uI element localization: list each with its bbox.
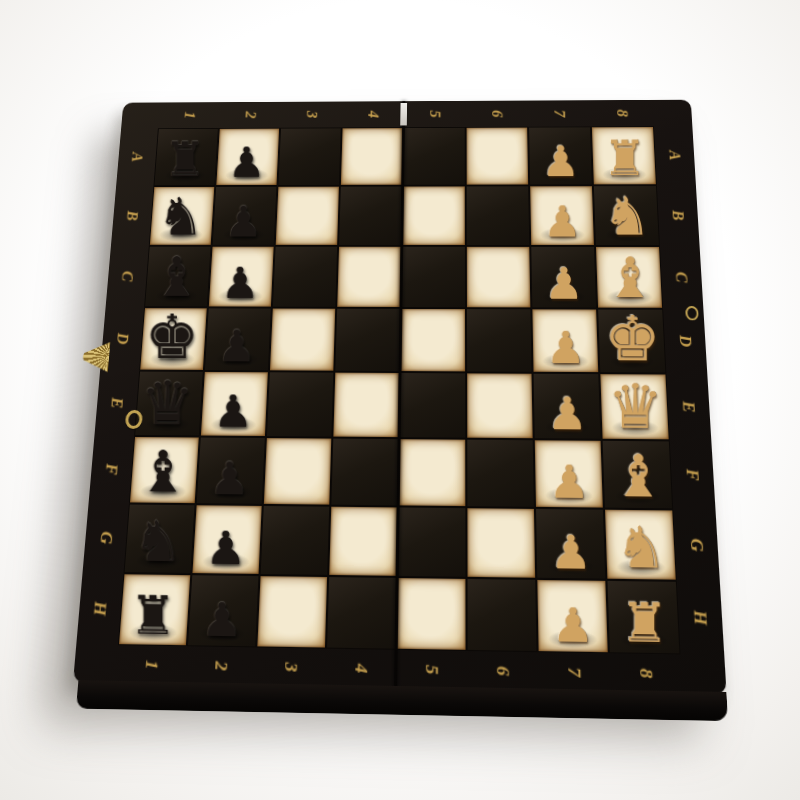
file-right-label-B: B [657, 185, 700, 246]
black-rook-h1[interactable]: ♜ [120, 589, 187, 643]
square-f7[interactable]: ♟ [534, 439, 604, 508]
label-text: 1 [180, 111, 199, 118]
rank-top-label-8: 8 [590, 100, 654, 127]
label-text: E [107, 397, 128, 408]
label-text: 8 [612, 109, 631, 117]
file-left-label-G: G [83, 503, 129, 573]
square-g1[interactable]: ♞ [123, 503, 195, 574]
white-pawn-f7[interactable]: ♟ [536, 459, 603, 505]
black-pawn-a2[interactable]: ♟ [217, 142, 277, 184]
square-d2[interactable]: ♟ [204, 307, 272, 371]
square-e2[interactable]: ♟ [200, 371, 269, 437]
white-pawn-e7[interactable]: ♟ [535, 391, 601, 436]
white-knight-g8[interactable]: ♞ [607, 519, 675, 577]
square-h1[interactable]: ♜ [118, 573, 191, 646]
label-text: A [665, 150, 685, 160]
label-text: E [678, 401, 699, 413]
rank-bottom-label-1: 1 [115, 645, 187, 684]
square-d8[interactable]: ♚ [597, 309, 666, 374]
label-text: C [671, 272, 692, 283]
label-text: 7 [550, 110, 569, 117]
square-c2[interactable]: ♟ [208, 246, 275, 308]
label-text: 2 [241, 111, 260, 118]
white-knight-b8[interactable]: ♞ [596, 191, 659, 244]
label-text: D [675, 335, 696, 347]
white-pawn-c7[interactable]: ♟ [532, 262, 596, 306]
file-left-label-F: F [89, 436, 135, 504]
file-right-label-C: C [660, 246, 703, 309]
black-rook-a1[interactable]: ♜ [155, 136, 215, 183]
label-text: H [89, 601, 111, 616]
label-text: 5 [425, 110, 444, 117]
square-a4[interactable] [340, 127, 404, 186]
square-d4[interactable] [334, 308, 401, 372]
label-text: 6 [491, 666, 513, 676]
frame-corner [73, 645, 118, 684]
square-d1[interactable]: ♚ [139, 307, 208, 371]
file-left-label-C: C [106, 246, 149, 307]
square-e7[interactable]: ♟ [533, 373, 602, 440]
square-f2[interactable]: ♟ [196, 437, 266, 505]
label-text: 4 [363, 111, 382, 118]
label-text: H [689, 610, 711, 625]
file-left-label-E: E [94, 370, 139, 436]
white-queen-e8[interactable]: ♛ [602, 375, 668, 437]
white-pawn-b7[interactable]: ♟ [531, 200, 594, 243]
frame-corner [121, 102, 160, 128]
square-h7[interactable]: ♟ [536, 579, 609, 654]
white-bishop-f8[interactable]: ♝ [605, 447, 672, 506]
square-b1[interactable]: ♞ [149, 186, 215, 246]
label-text: B [668, 210, 688, 220]
square-b5[interactable] [402, 186, 466, 246]
black-pawn-c2[interactable]: ♟ [209, 262, 271, 305]
square-a3[interactable] [277, 127, 341, 185]
square-f1[interactable]: ♝ [129, 436, 200, 504]
black-knight-b1[interactable]: ♞ [150, 191, 211, 243]
square-g2[interactable]: ♟ [191, 504, 262, 575]
square-b4[interactable] [338, 186, 403, 246]
white-king-d8[interactable]: ♚ [600, 308, 665, 371]
square-g4[interactable] [328, 506, 398, 577]
square-c7[interactable]: ♟ [530, 246, 597, 309]
square-h5[interactable] [396, 577, 467, 651]
black-knight-g1[interactable]: ♞ [125, 514, 191, 571]
rank-top-label-4: 4 [342, 101, 404, 127]
square-f3[interactable] [263, 437, 333, 506]
label-text: C [117, 271, 137, 282]
rank-bottom-label-6: 6 [467, 651, 539, 691]
rank-top-label-5: 5 [403, 101, 465, 127]
square-c8[interactable]: ♝ [595, 246, 663, 309]
file-left-label-H: H [76, 573, 123, 646]
label-text: 8 [634, 668, 656, 678]
label-text: F [101, 463, 122, 475]
label-text: 5 [420, 665, 442, 675]
square-d3[interactable] [269, 308, 336, 372]
label-text: G [685, 538, 707, 552]
chessboard-scene: 12345678A♜♟♟♜AB♞♟♟♞BC♝♟♟♝CD♚♟♟♚DE♛♟♟♛EF♝… [96, 78, 704, 670]
white-rook-h8[interactable]: ♜ [610, 596, 680, 651]
rank-bottom-label-5: 5 [396, 650, 467, 690]
file-left-label-A: A [116, 128, 158, 186]
file-right-label-H: H [677, 581, 724, 656]
square-h3[interactable] [256, 575, 328, 649]
square-e5[interactable] [399, 372, 466, 439]
square-a8[interactable]: ♜ [591, 126, 657, 185]
square-g3[interactable] [260, 505, 331, 576]
square-d6[interactable] [466, 308, 533, 373]
square-d7[interactable]: ♟ [531, 308, 599, 373]
square-a6[interactable] [466, 127, 530, 186]
square-c1[interactable]: ♝ [144, 246, 212, 308]
label-text: B [123, 211, 143, 221]
white-pawn-d7[interactable]: ♟ [533, 326, 598, 370]
file-right-label-G: G [673, 509, 720, 581]
square-a5[interactable] [403, 127, 466, 186]
rank-top-label-6: 6 [466, 101, 529, 127]
file-right-label-F: F [670, 440, 716, 510]
label-text: 3 [302, 111, 321, 118]
rank-top-label-1: 1 [158, 102, 221, 128]
square-h2[interactable]: ♟ [187, 574, 260, 647]
square-g8[interactable]: ♞ [604, 509, 677, 581]
square-g7[interactable]: ♟ [535, 508, 606, 580]
rank-bottom-label-4: 4 [325, 649, 396, 689]
label-text: 1 [140, 660, 162, 670]
square-f6[interactable] [466, 439, 535, 508]
white-bishop-c8[interactable]: ♝ [598, 250, 662, 306]
black-bishop-c1[interactable]: ♝ [146, 250, 208, 305]
square-b8[interactable]: ♞ [593, 185, 660, 246]
square-a7[interactable]: ♟ [528, 126, 593, 185]
square-f4[interactable] [330, 438, 399, 507]
rank-bottom-label-2: 2 [185, 646, 257, 685]
file-right-label-E: E [666, 374, 711, 441]
square-b2[interactable]: ♟ [212, 186, 278, 246]
square-e6[interactable] [466, 372, 534, 439]
square-c5[interactable] [401, 246, 466, 308]
rank-bottom-label-7: 7 [538, 652, 611, 692]
square-d5[interactable] [400, 308, 466, 372]
frame-corner [653, 100, 693, 126]
black-king-d1[interactable]: ♚ [141, 307, 204, 369]
square-c3[interactable] [272, 246, 338, 308]
label-text: G [95, 531, 116, 544]
black-bishop-f1[interactable]: ♝ [130, 443, 195, 501]
square-g6[interactable] [466, 507, 536, 579]
square-e1[interactable]: ♛ [134, 371, 204, 437]
square-f5[interactable] [398, 438, 466, 507]
square-h6[interactable] [466, 578, 537, 652]
white-rook-a8[interactable]: ♜ [594, 135, 656, 183]
square-b6[interactable] [466, 185, 530, 246]
square-h8[interactable]: ♜ [606, 580, 680, 655]
square-e3[interactable] [266, 371, 334, 437]
black-pawn-b2[interactable]: ♟ [213, 201, 274, 243]
file-right-label-A: A [654, 126, 696, 185]
square-e8[interactable]: ♛ [599, 373, 669, 440]
label-text: F [682, 469, 704, 481]
black-pawn-f2[interactable]: ♟ [197, 456, 262, 502]
label-text: A [127, 152, 146, 162]
rank-top-label-7: 7 [528, 100, 591, 126]
file-right-label-D: D [663, 309, 707, 374]
square-b3[interactable] [275, 186, 340, 246]
rank-bottom-label-3: 3 [254, 648, 325, 688]
white-pawn-g7[interactable]: ♟ [537, 529, 605, 576]
label-text: 6 [487, 110, 506, 117]
square-g5[interactable] [397, 506, 466, 577]
label-text: 7 [563, 667, 585, 677]
square-h4[interactable] [326, 576, 397, 650]
square-a1[interactable]: ♜ [153, 128, 218, 186]
black-queen-e1[interactable]: ♛ [136, 373, 200, 434]
rank-top-label-3: 3 [280, 102, 342, 128]
square-c6[interactable] [466, 246, 532, 308]
black-pawn-d2[interactable]: ♟ [205, 324, 268, 368]
black-pawn-h2[interactable]: ♟ [188, 596, 255, 644]
white-pawn-h7[interactable]: ♟ [538, 601, 607, 649]
black-pawn-e2[interactable]: ♟ [201, 389, 265, 434]
frame-corner [681, 655, 727, 695]
square-f8[interactable]: ♝ [602, 440, 674, 510]
chessboard: 12345678A♜♟♟♜AB♞♟♟♞BC♝♟♟♝CD♚♟♟♚DE♛♟♟♛EF♝… [73, 100, 727, 695]
label-text: D [112, 333, 132, 345]
black-pawn-g2[interactable]: ♟ [193, 525, 259, 572]
square-a2[interactable]: ♟ [215, 128, 280, 186]
rank-top-label-2: 2 [219, 102, 281, 128]
square-c4[interactable] [336, 246, 402, 308]
label-text: 4 [350, 663, 372, 673]
square-b7[interactable]: ♟ [529, 185, 595, 246]
rank-bottom-label-8: 8 [609, 653, 683, 693]
square-e4[interactable] [332, 372, 400, 438]
label-text: 2 [210, 661, 232, 671]
label-text: 3 [280, 662, 302, 672]
white-pawn-a7[interactable]: ♟ [530, 141, 592, 183]
file-left-label-B: B [111, 186, 154, 246]
